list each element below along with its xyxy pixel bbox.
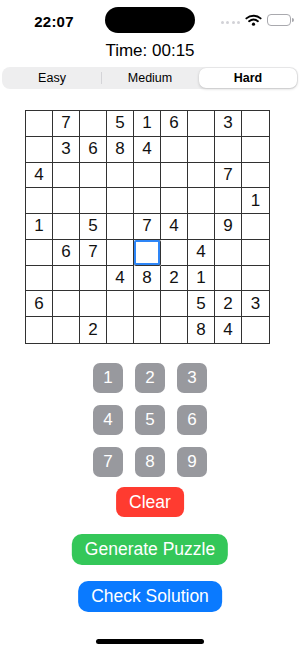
sudoku-cell-r9c9[interactable]	[242, 317, 269, 343]
difficulty-segmented-control: Easy Medium Hard	[2, 67, 298, 89]
sudoku-cell-r5c8[interactable]: 9	[215, 214, 242, 240]
clear-button[interactable]: Clear	[116, 487, 184, 517]
sudoku-cell-r9c5[interactable]	[134, 317, 161, 343]
sudoku-cell-r6c3[interactable]: 7	[80, 240, 107, 266]
generate-puzzle-button[interactable]: Generate Puzzle	[72, 534, 228, 565]
sudoku-cell-r6c4[interactable]	[107, 240, 134, 266]
sudoku-cell-r9c7[interactable]: 8	[188, 317, 215, 343]
sudoku-cell-r2c4[interactable]: 8	[107, 137, 134, 163]
sudoku-cell-r2c9[interactable]	[242, 137, 269, 163]
sudoku-cell-r3c9[interactable]	[242, 163, 269, 189]
sudoku-cell-r7c9[interactable]	[242, 266, 269, 292]
home-indicator[interactable]	[96, 639, 204, 644]
sudoku-cell-r2c2[interactable]: 3	[53, 137, 80, 163]
sudoku-cell-r9c6[interactable]	[161, 317, 188, 343]
sudoku-cell-r1c5[interactable]: 1	[134, 111, 161, 137]
check-solution-button[interactable]: Check Solution	[78, 581, 222, 612]
sudoku-cell-r6c8[interactable]	[215, 240, 242, 266]
sudoku-cell-r9c2[interactable]	[53, 317, 80, 343]
sudoku-cell-r9c4[interactable]	[107, 317, 134, 343]
sudoku-cell-r8c5[interactable]	[134, 291, 161, 317]
battery-icon	[267, 14, 291, 26]
sudoku-cell-r1c4[interactable]: 5	[107, 111, 134, 137]
sudoku-cell-r3c2[interactable]	[53, 163, 80, 189]
sudoku-cell-r2c5[interactable]: 4	[134, 137, 161, 163]
sudoku-cell-r5c1[interactable]: 1	[26, 214, 53, 240]
sudoku-cell-r5c4[interactable]	[107, 214, 134, 240]
sudoku-cell-r8c7[interactable]: 5	[188, 291, 215, 317]
numpad: 123456789	[0, 363, 300, 477]
sudoku-board: 7516336844711574967448216523284	[25, 110, 270, 344]
sudoku-cell-r2c6[interactable]	[161, 137, 188, 163]
sudoku-cell-r4c9[interactable]: 1	[242, 188, 269, 214]
sudoku-cell-r5c6[interactable]: 4	[161, 214, 188, 240]
numpad-button-2[interactable]: 2	[135, 363, 165, 393]
numpad-row-1: 123	[93, 363, 207, 393]
numpad-row-3: 789	[93, 447, 207, 477]
sudoku-cell-r6c1[interactable]	[26, 240, 53, 266]
sudoku-cell-r1c1[interactable]	[26, 111, 53, 137]
timer-label: Time: 00:15	[0, 41, 300, 61]
sudoku-cell-r7c4[interactable]: 4	[107, 266, 134, 292]
sudoku-cell-r1c2[interactable]: 7	[53, 111, 80, 137]
sudoku-cell-r3c7[interactable]	[188, 163, 215, 189]
segment-medium[interactable]: Medium	[101, 68, 199, 88]
wifi-icon	[245, 14, 262, 26]
numpad-button-8[interactable]: 8	[135, 447, 165, 477]
sudoku-cell-r8c3[interactable]	[80, 291, 107, 317]
sudoku-cell-r2c3[interactable]: 6	[80, 137, 107, 163]
sudoku-cell-r1c3[interactable]	[80, 111, 107, 137]
sudoku-cell-r5c2[interactable]	[53, 214, 80, 240]
sudoku-cell-r7c5[interactable]: 8	[134, 266, 161, 292]
sudoku-cell-r7c7[interactable]: 1	[188, 266, 215, 292]
numpad-button-9[interactable]: 9	[177, 447, 207, 477]
cellular-signal-icon	[221, 14, 241, 25]
status-bar-icons	[221, 12, 292, 27]
sudoku-cell-r2c1[interactable]	[26, 137, 53, 163]
sudoku-cell-r8c8[interactable]: 2	[215, 291, 242, 317]
sudoku-cell-r5c9[interactable]	[242, 214, 269, 240]
sudoku-cell-r8c9[interactable]: 3	[242, 291, 269, 317]
sudoku-cell-r2c8[interactable]	[215, 137, 242, 163]
sudoku-cell-r8c1[interactable]: 6	[26, 291, 53, 317]
sudoku-cell-r7c1[interactable]	[26, 266, 53, 292]
segment-easy[interactable]: Easy	[3, 68, 101, 88]
sudoku-cell-r4c3[interactable]	[80, 188, 107, 214]
segment-hard[interactable]: Hard	[199, 68, 297, 88]
sudoku-cell-r6c5[interactable]	[134, 240, 161, 266]
numpad-button-6[interactable]: 6	[177, 405, 207, 435]
sudoku-cell-r3c8[interactable]: 7	[215, 163, 242, 189]
sudoku-cell-r9c8[interactable]: 4	[215, 317, 242, 343]
sudoku-cell-r6c2[interactable]: 6	[53, 240, 80, 266]
sudoku-cell-r8c2[interactable]	[53, 291, 80, 317]
sudoku-cell-r3c5[interactable]	[134, 163, 161, 189]
sudoku-cell-r4c5[interactable]	[134, 188, 161, 214]
numpad-button-5[interactable]: 5	[135, 405, 165, 435]
sudoku-cell-r8c4[interactable]	[107, 291, 134, 317]
numpad-button-1[interactable]: 1	[93, 363, 123, 393]
sudoku-cell-r7c8[interactable]	[215, 266, 242, 292]
sudoku-cell-r9c3[interactable]: 2	[80, 317, 107, 343]
sudoku-cell-r5c5[interactable]: 7	[134, 214, 161, 240]
sudoku-cell-r3c3[interactable]	[80, 163, 107, 189]
sudoku-cell-r7c6[interactable]: 2	[161, 266, 188, 292]
numpad-button-7[interactable]: 7	[93, 447, 123, 477]
sudoku-cell-r4c4[interactable]	[107, 188, 134, 214]
sudoku-cell-r4c7[interactable]	[188, 188, 215, 214]
dynamic-island	[105, 7, 195, 33]
sudoku-cell-r3c1[interactable]: 4	[26, 163, 53, 189]
sudoku-cell-r1c8[interactable]: 3	[215, 111, 242, 137]
sudoku-cell-r1c9[interactable]	[242, 111, 269, 137]
numpad-button-3[interactable]: 3	[177, 363, 207, 393]
numpad-button-4[interactable]: 4	[93, 405, 123, 435]
sudoku-cell-r6c7[interactable]: 4	[188, 240, 215, 266]
sudoku-cell-r7c2[interactable]	[53, 266, 80, 292]
sudoku-cell-r5c3[interactable]: 5	[80, 214, 107, 240]
sudoku-cell-r8c6[interactable]	[161, 291, 188, 317]
sudoku-cell-r3c4[interactable]	[107, 163, 134, 189]
sudoku-cell-r4c6[interactable]	[161, 188, 188, 214]
sudoku-cell-r4c2[interactable]	[53, 188, 80, 214]
numpad-row-2: 456	[93, 405, 207, 435]
sudoku-cell-r1c7[interactable]	[188, 111, 215, 137]
status-bar-time: 22:07	[28, 13, 80, 30]
sudoku-cell-r4c8[interactable]	[215, 188, 242, 214]
sudoku-cell-r1c6[interactable]: 6	[161, 111, 188, 137]
sudoku-cell-r6c9[interactable]	[242, 240, 269, 266]
sudoku-cell-r4c1[interactable]	[26, 188, 53, 214]
sudoku-cell-r2c7[interactable]	[188, 137, 215, 163]
sudoku-cell-r5c7[interactable]	[188, 214, 215, 240]
sudoku-cell-r3c6[interactable]	[161, 163, 188, 189]
sudoku-cell-r7c3[interactable]	[80, 266, 107, 292]
sudoku-cell-r9c1[interactable]	[26, 317, 53, 343]
sudoku-cell-r6c6[interactable]	[161, 240, 188, 266]
